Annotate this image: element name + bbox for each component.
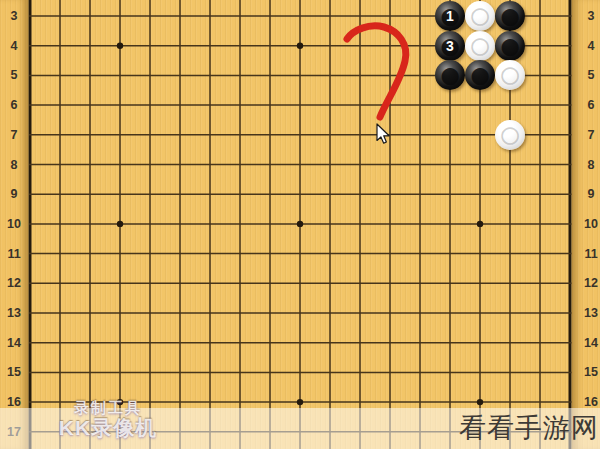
go-board-screen: ●1○●●3○●●●○○ 345678910111213141516173456… [0,0,600,449]
mouse-cursor-icon [0,0,600,449]
